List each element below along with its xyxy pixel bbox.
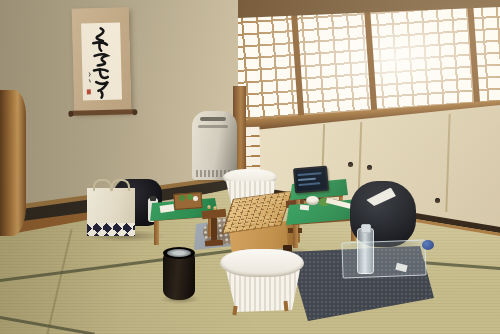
shogi-piece-P (227, 218, 233, 222)
fusuma-seam (358, 122, 363, 194)
shogi-piece-P (278, 210, 284, 214)
white-cup (193, 196, 198, 201)
fusuma-seam (445, 114, 450, 212)
shogi-piece-b (277, 196, 283, 200)
shogi-piece-p (275, 200, 281, 204)
water-bottle (357, 228, 374, 274)
shogi-piece-k (238, 202, 244, 206)
shogi-piece-s (245, 201, 251, 205)
shogi-piece-N (264, 216, 270, 220)
front-table-leg (293, 222, 298, 248)
fusuma-handle (367, 165, 372, 170)
near-armrest-top (220, 249, 304, 277)
shogi-piece-g (258, 199, 264, 203)
fusuma-handle (435, 198, 440, 203)
shogi-piece-p (250, 204, 256, 208)
scroll-paper (81, 23, 122, 101)
shogi-piece-p (237, 205, 243, 209)
calligraphy-scroll (72, 7, 132, 112)
shogi-piece-l (233, 199, 239, 203)
roller-knob (68, 111, 73, 117)
screen-text-row (298, 182, 320, 186)
bag-checkered-band (87, 223, 135, 236)
shogi-piece-S (263, 220, 269, 224)
shogi-piece-p (255, 207, 261, 211)
shogi-piece-P (232, 220, 238, 224)
screen-text-row (298, 178, 316, 182)
small-blue-object (422, 240, 434, 250)
purifier-control-panel (198, 125, 228, 128)
white-paper-bag (87, 188, 135, 236)
trash-bin (163, 252, 195, 300)
tablet-display (295, 168, 327, 192)
bag-handle (111, 179, 130, 191)
tablet-screen (293, 166, 329, 194)
white-cup (306, 196, 319, 205)
screen-text-row (297, 172, 321, 176)
shogi-piece-P (253, 214, 259, 218)
shogi-piece-p (268, 205, 274, 209)
acrylic-tray (341, 240, 426, 279)
shogi-piece-s (256, 203, 262, 207)
shogi-piece-P (258, 217, 264, 221)
shogi-piece-P (240, 216, 246, 220)
red-seal-stamp (87, 89, 91, 94)
green-teacup (179, 195, 185, 201)
shogi-piece-g (252, 196, 258, 200)
shogi-piece-R (269, 219, 275, 223)
shogi-piece-G (250, 222, 256, 226)
komadai-left-stem (211, 218, 217, 241)
shogi-room-photo (0, 0, 500, 334)
shogi-piece-p (263, 202, 269, 206)
shogi-piece-L (268, 223, 274, 227)
shogi-piece-n (278, 193, 284, 197)
shogi-piece-r (270, 197, 276, 201)
shogi-piece-B (231, 224, 237, 228)
left-wood-pillar (0, 90, 26, 236)
fusuma-handle (348, 162, 353, 167)
captured-piece (213, 206, 217, 210)
shogi-piece-p (244, 205, 250, 209)
shogi-piece-P (245, 219, 251, 223)
air-purifier (192, 111, 237, 180)
captured-pieces (205, 205, 225, 213)
captured-piece (207, 205, 211, 209)
shogi-piece-n (240, 198, 246, 202)
water-bottle-cap (361, 224, 371, 233)
purifier-louver (200, 117, 226, 121)
shogi-piece-N (230, 228, 236, 232)
small-bottle-cap (150, 196, 156, 201)
bag-handle (93, 179, 112, 191)
shogi-piece-l (284, 192, 290, 196)
roller-knob (132, 109, 137, 115)
trash-bin-liner (167, 249, 191, 257)
left-table-leg (154, 219, 159, 245)
paper-item (300, 205, 309, 211)
tatami-edge-tape (0, 247, 250, 282)
shogi-piece-G (244, 222, 250, 226)
komadai-left-base (205, 239, 223, 246)
shogi-piece-K (237, 223, 243, 227)
shogi-piece-S (239, 220, 245, 224)
tatami-seam (45, 229, 72, 334)
shogi-piece-L (224, 229, 230, 233)
